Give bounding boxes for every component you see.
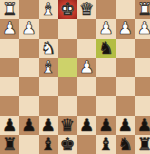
piece-black-rook[interactable]: ♜ [137,135,150,154]
square-d8[interactable] [77,135,96,154]
piece-white-pawn[interactable]: ♟ [21,19,36,38]
square-e7[interactable]: ♛ [58,116,77,135]
piece-white-bishop[interactable]: ♝ [41,0,56,19]
square-b6[interactable] [116,96,135,115]
piece-white-pawn[interactable]: ♟ [2,19,17,38]
square-f4[interactable]: ♝ [39,58,58,77]
square-e3[interactable] [58,39,77,58]
piece-black-bishop[interactable]: ♝ [41,135,56,154]
square-a2[interactable]: ♟ [135,19,150,38]
square-c8[interactable]: ♝ [96,135,115,154]
square-a1[interactable]: ♜ [135,0,150,19]
square-c2[interactable]: ♟ [96,19,115,38]
square-c5[interactable] [96,77,115,96]
square-g5[interactable] [19,77,38,96]
chess-board-viewport: ♜♝♚♛♜♟♟♟♟♟♞♞♝♟♟♟♟♛♟♟♟♟♜♝♚♝♞♜ [0,0,150,154]
piece-black-king[interactable]: ♚ [60,135,75,154]
square-g2[interactable]: ♟ [19,19,38,38]
piece-white-rook[interactable]: ♜ [2,0,17,19]
square-g8[interactable] [19,135,38,154]
square-h4[interactable] [0,58,19,77]
square-h2[interactable]: ♟ [0,19,19,38]
square-a3[interactable] [135,39,150,58]
square-d1[interactable]: ♛ [77,0,96,19]
chess-board: ♜♝♚♛♜♟♟♟♟♟♞♞♝♟♟♟♟♛♟♟♟♟♜♝♚♝♞♜ [0,0,150,154]
square-a7[interactable]: ♟ [135,116,150,135]
square-d4[interactable]: ♟ [77,58,96,77]
square-a4[interactable] [135,58,150,77]
square-b1[interactable] [116,0,135,19]
square-d7[interactable]: ♟ [77,116,96,135]
piece-black-pawn[interactable]: ♟ [2,116,17,135]
square-g3[interactable] [19,39,38,58]
piece-black-knight[interactable]: ♞ [118,135,133,154]
square-f6[interactable] [39,96,58,115]
square-f5[interactable] [39,77,58,96]
square-c6[interactable] [96,96,115,115]
square-e2[interactable] [58,19,77,38]
square-g6[interactable] [19,96,38,115]
piece-black-pawn[interactable]: ♟ [98,116,113,135]
square-f8[interactable]: ♝ [39,135,58,154]
square-e1[interactable]: ♚ [58,0,77,19]
square-h5[interactable] [0,77,19,96]
square-c7[interactable]: ♟ [96,116,115,135]
piece-black-rook[interactable]: ♜ [2,135,17,154]
square-g1[interactable] [19,0,38,19]
square-g7[interactable]: ♟ [19,116,38,135]
square-h6[interactable] [0,96,19,115]
square-f3[interactable]: ♞ [39,39,58,58]
square-f1[interactable]: ♝ [39,0,58,19]
square-b7[interactable]: ♟ [116,116,135,135]
piece-white-queen[interactable]: ♛ [79,0,94,19]
square-d6[interactable] [77,96,96,115]
square-e5[interactable] [58,77,77,96]
square-b3[interactable] [116,39,135,58]
square-h7[interactable]: ♟ [0,116,19,135]
piece-white-king[interactable]: ♚ [60,0,75,19]
square-c4[interactable] [96,58,115,77]
piece-black-pawn[interactable]: ♟ [79,116,94,135]
square-f7[interactable]: ♟ [39,116,58,135]
square-e6[interactable] [58,96,77,115]
square-c3[interactable]: ♞ [96,39,115,58]
square-c1[interactable] [96,0,115,19]
piece-white-rook[interactable]: ♜ [137,0,150,19]
piece-black-pawn[interactable]: ♟ [137,116,150,135]
piece-black-pawn[interactable]: ♟ [21,116,36,135]
piece-black-queen[interactable]: ♛ [60,116,75,135]
piece-white-knight[interactable]: ♞ [41,39,56,58]
square-b8[interactable]: ♞ [116,135,135,154]
piece-black-pawn[interactable]: ♟ [118,116,133,135]
piece-white-pawn[interactable]: ♟ [79,58,94,77]
square-b2[interactable]: ♟ [116,19,135,38]
piece-white-pawn[interactable]: ♟ [98,19,113,38]
square-e8[interactable]: ♚ [58,135,77,154]
square-a8[interactable]: ♜ [135,135,150,154]
square-g4[interactable] [19,58,38,77]
square-h1[interactable]: ♜ [0,0,19,19]
square-b5[interactable] [116,77,135,96]
piece-black-knight[interactable]: ♞ [98,39,113,58]
square-a5[interactable] [135,77,150,96]
square-h8[interactable]: ♜ [0,135,19,154]
square-b4[interactable] [116,58,135,77]
piece-white-pawn[interactable]: ♟ [118,19,133,38]
square-d2[interactable] [77,19,96,38]
square-e4[interactable] [58,58,77,77]
piece-black-bishop[interactable]: ♝ [98,135,113,154]
square-h3[interactable] [0,39,19,58]
piece-white-bishop[interactable]: ♝ [41,58,56,77]
square-d3[interactable] [77,39,96,58]
square-d5[interactable] [77,77,96,96]
piece-white-pawn[interactable]: ♟ [137,19,150,38]
square-a6[interactable] [135,96,150,115]
square-f2[interactable] [39,19,58,38]
piece-black-pawn[interactable]: ♟ [41,116,56,135]
